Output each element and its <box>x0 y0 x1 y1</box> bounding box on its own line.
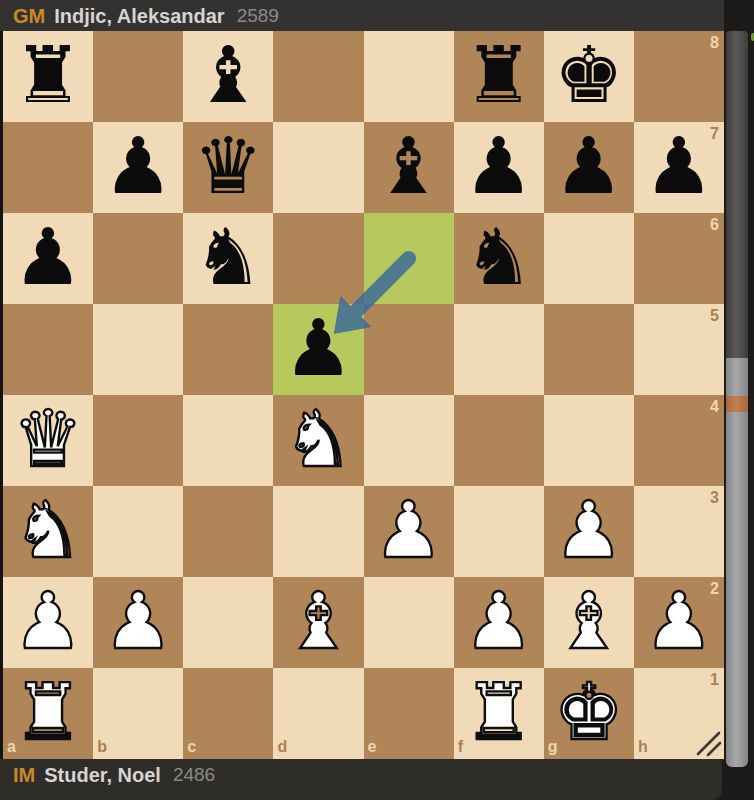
player-title-badge: GM <box>13 5 45 27</box>
player-rating: 2589 <box>237 5 279 27</box>
broadcast-board-pane: GM Indjic, Aleksandar 2589 ♜♝♜♚♟♛♝♟♟♟♟♞♞… <box>0 0 754 800</box>
eval-gauge <box>726 31 748 767</box>
chess-board[interactable]: ♜♝♜♚♟♛♝♟♟♟♟♞♞♟♛♞♞♟♟♟♟♝♟♝♟♜♜♚abcdefgh8765… <box>0 31 724 759</box>
player-bar-top: GM Indjic, Aleksandar 2589 <box>0 0 724 31</box>
eval-gauge-zero-tick <box>726 396 748 412</box>
player-name: Studer, Noel <box>44 764 161 786</box>
eval-gauge-black-part <box>726 31 748 358</box>
player-title-badge: IM <box>13 764 35 786</box>
eval-gauge-white-part <box>726 358 748 767</box>
board-resize-handle-icon[interactable] <box>3 31 724 759</box>
player-name: Indjic, Aleksandar <box>54 5 224 27</box>
player-bar-bottom: IM Studer, Noel 2486 <box>0 759 722 800</box>
player-rating: 2486 <box>173 764 215 786</box>
